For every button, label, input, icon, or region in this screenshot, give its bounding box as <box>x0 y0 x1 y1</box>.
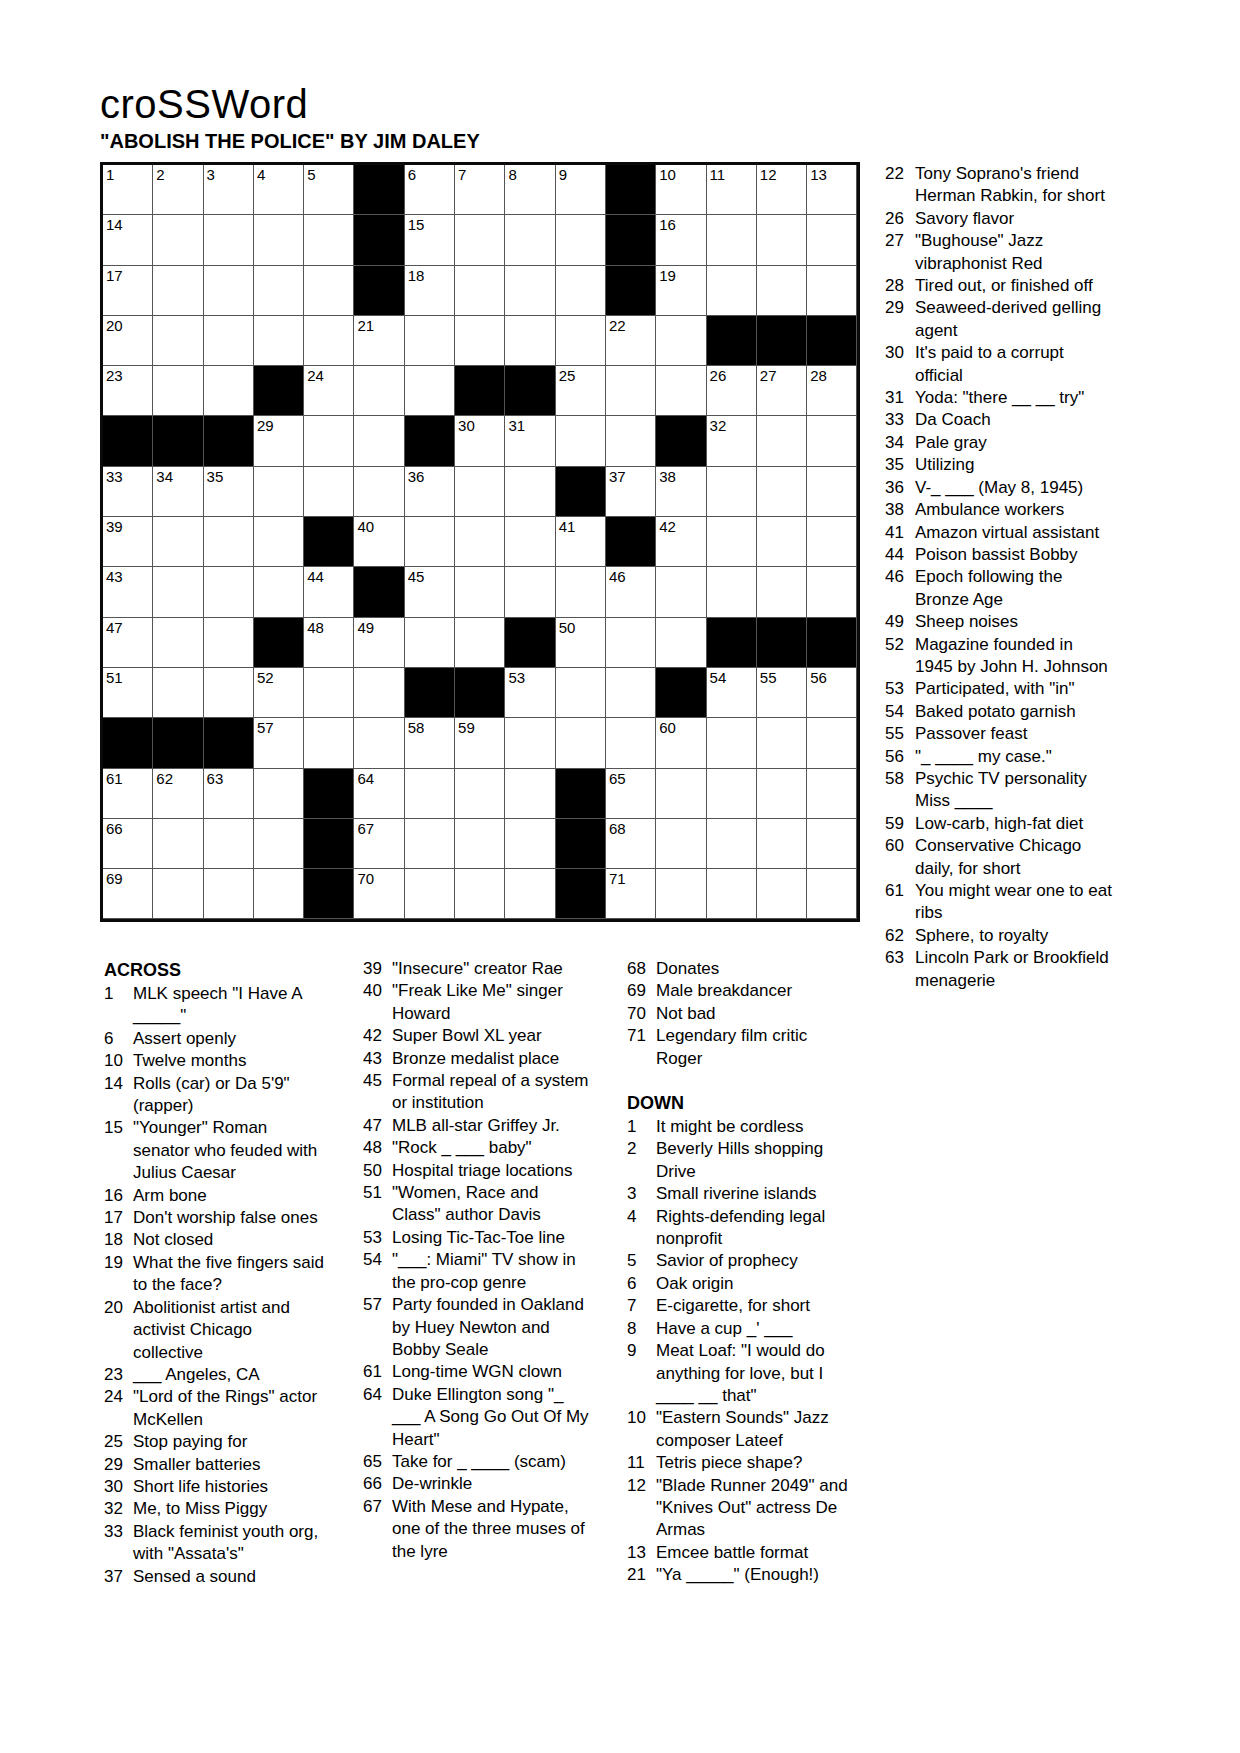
cell-r14c2[interactable] <box>153 819 203 869</box>
cell-number-35: 35 <box>207 469 224 484</box>
cell-r11c3[interactable] <box>204 668 254 718</box>
cell-r8c12[interactable]: 42 <box>656 517 706 567</box>
clue-text: Duke Ellington song "_ ___ A Song Go Out… <box>392 1384 591 1451</box>
cell-r1c5[interactable]: 5 <box>304 165 354 215</box>
down-clue-61: 61You might wear one to eat ribs <box>885 880 1120 925</box>
clue-text: Hospital triage locations <box>392 1160 591 1182</box>
clue-number: 4 <box>627 1206 656 1251</box>
cell-r13c10-black <box>556 769 606 819</box>
across-clue-43: 43Bronze medalist place <box>363 1048 601 1070</box>
cell-r13c4[interactable] <box>254 769 304 819</box>
cell-r9c2[interactable] <box>153 567 203 617</box>
clues-column-3: 68Donates69Male breakdancer70Not bad71Le… <box>627 958 865 1587</box>
cell-number-23: 23 <box>106 368 123 383</box>
cell-r1c12[interactable]: 10 <box>656 165 706 215</box>
cell-r5c3[interactable] <box>204 366 254 416</box>
cell-r7c2[interactable]: 34 <box>153 467 203 517</box>
across-clues-column-1: ACROSS 1MLK speech "I Have A _____"6Asse… <box>104 958 334 1588</box>
cell-r10c9-black <box>505 618 555 668</box>
clue-number: 13 <box>627 1542 656 1564</box>
cell-r5c15[interactable]: 28 <box>807 366 857 416</box>
clue-number: 67 <box>363 1496 392 1563</box>
across-clue-25: 25Stop paying for <box>104 1431 334 1453</box>
down-clue-52: 52Magazine founded in 1945 by John H. Jo… <box>885 634 1120 679</box>
cell-r4c1[interactable]: 20 <box>103 316 153 366</box>
cell-number-60: 60 <box>659 720 676 735</box>
cell-r4c8[interactable] <box>455 316 505 366</box>
cell-r8c4[interactable] <box>254 517 304 567</box>
cell-r9c3[interactable] <box>204 567 254 617</box>
cell-r14c6[interactable]: 67 <box>354 819 404 869</box>
across-clue-53: 53Losing Tic-Tac-Toe line <box>363 1227 601 1249</box>
cell-r9c4[interactable] <box>254 567 304 617</box>
across-clue-list-3: 68Donates69Male breakdancer70Not bad71Le… <box>627 958 865 1070</box>
clue-text: It's paid to a corrupt official <box>915 342 1115 387</box>
cell-r8c6[interactable]: 40 <box>354 517 404 567</box>
cell-r3c4[interactable] <box>254 266 304 316</box>
cell-r7c6[interactable] <box>354 467 404 517</box>
cell-r9c13[interactable] <box>707 567 757 617</box>
cell-r4c4[interactable] <box>254 316 304 366</box>
cell-r1c3[interactable]: 3 <box>204 165 254 215</box>
cell-r6c6[interactable] <box>354 416 404 466</box>
cell-r12c10[interactable] <box>556 718 606 768</box>
cell-r3c7[interactable]: 18 <box>405 266 455 316</box>
clue-number: 47 <box>363 1115 392 1137</box>
across-clue-20: 20Abolitionist artist and activist Chica… <box>104 1297 334 1364</box>
cell-number-10: 10 <box>659 167 676 182</box>
cell-r13c2[interactable]: 62 <box>153 769 203 819</box>
cell-r3c6-black <box>354 266 404 316</box>
cell-r15c8[interactable] <box>455 869 505 919</box>
cell-r1c8[interactable]: 7 <box>455 165 505 215</box>
cell-r6c8[interactable]: 30 <box>455 416 505 466</box>
cell-r15c1[interactable]: 69 <box>103 869 153 919</box>
cell-r10c10[interactable]: 50 <box>556 618 606 668</box>
cell-r11c6[interactable] <box>354 668 404 718</box>
cell-r9c6-black <box>354 567 404 617</box>
cell-r2c8[interactable] <box>455 215 505 265</box>
cell-r10c3[interactable] <box>204 618 254 668</box>
cell-r11c12-black <box>656 668 706 718</box>
cell-r6c15[interactable] <box>807 416 857 466</box>
cell-number-11: 11 <box>710 167 726 182</box>
cell-number-21: 21 <box>357 318 374 333</box>
cell-r11c10[interactable] <box>556 668 606 718</box>
cell-r1c7[interactable]: 6 <box>405 165 455 215</box>
cell-r9c10[interactable] <box>556 567 606 617</box>
cell-r11c14[interactable]: 55 <box>757 668 807 718</box>
cell-r1c15[interactable]: 13 <box>807 165 857 215</box>
cell-r6c4[interactable]: 29 <box>254 416 304 466</box>
cell-r5c1[interactable]: 23 <box>103 366 153 416</box>
cell-r12c8[interactable]: 59 <box>455 718 505 768</box>
cell-r9c8[interactable] <box>455 567 505 617</box>
cell-number-20: 20 <box>106 318 123 333</box>
clue-number: 14 <box>104 1073 133 1118</box>
cell-r15c3[interactable] <box>204 869 254 919</box>
down-clue-5: 5Savior of prophecy <box>627 1250 865 1272</box>
cell-r15c5-black <box>304 869 354 919</box>
cell-r14c3[interactable] <box>204 819 254 869</box>
clue-number: 53 <box>363 1227 392 1249</box>
clue-number: 29 <box>104 1454 133 1476</box>
cell-r14c4[interactable] <box>254 819 304 869</box>
cell-r2c2[interactable] <box>153 215 203 265</box>
cell-r15c6[interactable]: 70 <box>354 869 404 919</box>
clue-text: Emcee battle format <box>656 1542 852 1564</box>
cell-r3c12[interactable]: 19 <box>656 266 706 316</box>
cell-r8c10[interactable]: 41 <box>556 517 606 567</box>
clue-text: "___: Miami" TV show in the pro-cop genr… <box>392 1249 591 1294</box>
cell-r9c14[interactable] <box>757 567 807 617</box>
cell-r8c8[interactable] <box>455 517 505 567</box>
cell-r8c13[interactable] <box>707 517 757 567</box>
cell-number-41: 41 <box>559 519 576 534</box>
cell-r12c13[interactable] <box>707 718 757 768</box>
cell-r9c9[interactable] <box>505 567 555 617</box>
across-clue-47: 47MLB all-star Griffey Jr. <box>363 1115 601 1137</box>
across-clue-list-1: 1MLK speech "I Have A _____"6Assert open… <box>104 983 334 1588</box>
clue-number: 8 <box>627 1318 656 1340</box>
clue-number: 30 <box>885 342 915 387</box>
cell-r12c9[interactable] <box>505 718 555 768</box>
cell-r13c12[interactable] <box>656 769 706 819</box>
down-clue-27: 27"Bughouse" Jazz vibraphonist Red <box>885 230 1120 275</box>
cell-r6c5[interactable] <box>304 416 354 466</box>
cell-number-2: 2 <box>156 167 164 182</box>
cell-r15c2[interactable] <box>153 869 203 919</box>
cell-r1c14[interactable]: 12 <box>757 165 807 215</box>
cell-r2c10[interactable] <box>556 215 606 265</box>
cell-number-18: 18 <box>408 268 425 283</box>
cell-r4c9[interactable] <box>505 316 555 366</box>
cell-r13c11[interactable]: 65 <box>606 769 656 819</box>
clue-number: 36 <box>885 477 915 499</box>
cell-r15c15[interactable] <box>807 869 857 919</box>
cell-r10c4-black <box>254 618 304 668</box>
cell-number-40: 40 <box>357 519 374 534</box>
clue-text: "Bughouse" Jazz vibraphonist Red <box>915 230 1115 275</box>
cell-r15c14[interactable] <box>757 869 807 919</box>
cell-r6c7-black <box>405 416 455 466</box>
cell-r10c11[interactable] <box>606 618 656 668</box>
cell-r1c1[interactable]: 1 <box>103 165 153 215</box>
cell-number-32: 32 <box>710 418 727 433</box>
cell-number-30: 30 <box>458 418 475 433</box>
cell-r11c1[interactable]: 51 <box>103 668 153 718</box>
cell-r13c8[interactable] <box>455 769 505 819</box>
cell-r12c14[interactable] <box>757 718 807 768</box>
cell-r14c11[interactable]: 68 <box>606 819 656 869</box>
cell-r1c4[interactable]: 4 <box>254 165 304 215</box>
cell-number-49: 49 <box>357 620 374 635</box>
cell-r5c6[interactable] <box>354 366 404 416</box>
cell-r7c12[interactable]: 38 <box>656 467 706 517</box>
across-clue-15: 15"Younger" Roman senator who feuded wit… <box>104 1117 334 1184</box>
across-clue-32: 32Me, to Miss Piggy <box>104 1498 334 1520</box>
clue-text: With Mese and Hypate, one of the three m… <box>392 1496 591 1563</box>
cell-r6c12-black <box>656 416 706 466</box>
clue-text: Arm bone <box>133 1185 325 1207</box>
clue-number: 71 <box>627 1025 656 1070</box>
cell-r10c7[interactable] <box>405 618 455 668</box>
cell-r3c10[interactable] <box>556 266 606 316</box>
down-clue-63: 63Lincoln Park or Brookfield menagerie <box>885 947 1120 992</box>
cell-r7c9[interactable] <box>505 467 555 517</box>
cell-r9c1[interactable]: 43 <box>103 567 153 617</box>
cell-r7c13[interactable] <box>707 467 757 517</box>
cell-r14c8[interactable] <box>455 819 505 869</box>
cell-number-58: 58 <box>408 720 425 735</box>
cell-r15c12[interactable] <box>656 869 706 919</box>
cell-r3c9[interactable] <box>505 266 555 316</box>
cell-r2c13[interactable] <box>707 215 757 265</box>
cell-r11c9[interactable]: 53 <box>505 668 555 718</box>
cell-r7c5[interactable] <box>304 467 354 517</box>
cell-r10c5[interactable]: 48 <box>304 618 354 668</box>
down-clue-33: 33Da Coach <box>885 409 1120 431</box>
clue-number: 1 <box>627 1116 656 1138</box>
cell-r14c13[interactable] <box>707 819 757 869</box>
cell-r10c6[interactable]: 49 <box>354 618 404 668</box>
cell-r10c2[interactable] <box>153 618 203 668</box>
clue-number: 24 <box>104 1386 133 1431</box>
cell-r11c5[interactable] <box>304 668 354 718</box>
across-clue-66: 66De-wrinkle <box>363 1473 601 1495</box>
down-clue-49: 49Sheep noises <box>885 611 1120 633</box>
cell-r6c10[interactable] <box>556 416 606 466</box>
cell-number-70: 70 <box>357 871 374 886</box>
cell-r14c12[interactable] <box>656 819 706 869</box>
down-clue-44: 44Poison bassist Bobby <box>885 544 1120 566</box>
cell-r3c2[interactable] <box>153 266 203 316</box>
cell-r15c4[interactable] <box>254 869 304 919</box>
cell-r11c8-black <box>455 668 505 718</box>
cell-r4c11[interactable]: 22 <box>606 316 656 366</box>
clue-number: 32 <box>104 1498 133 1520</box>
cell-r4c10[interactable] <box>556 316 606 366</box>
clue-text: ___ Angeles, CA <box>133 1364 325 1386</box>
cell-r12c4[interactable]: 57 <box>254 718 304 768</box>
cell-r4c5[interactable] <box>304 316 354 366</box>
cell-r1c13[interactable]: 11 <box>707 165 757 215</box>
cell-number-37: 37 <box>609 469 626 484</box>
clue-number: 7 <box>627 1295 656 1317</box>
cell-r8c9[interactable] <box>505 517 555 567</box>
cell-number-48: 48 <box>307 620 324 635</box>
cell-r15c11[interactable]: 71 <box>606 869 656 919</box>
cell-r7c1[interactable]: 33 <box>103 467 153 517</box>
clue-text: Seaweed-derived gelling agent <box>915 297 1115 342</box>
cell-r15c7[interactable] <box>405 869 455 919</box>
cell-r3c3[interactable] <box>204 266 254 316</box>
cell-r1c2[interactable]: 2 <box>153 165 203 215</box>
cell-r14c14[interactable] <box>757 819 807 869</box>
cell-r10c14-black <box>757 618 807 668</box>
cell-r8c2[interactable] <box>153 517 203 567</box>
cell-r5c12[interactable] <box>656 366 706 416</box>
cell-r3c8[interactable] <box>455 266 505 316</box>
cell-r12c11[interactable] <box>606 718 656 768</box>
cell-number-34: 34 <box>156 469 173 484</box>
cell-r7c11[interactable]: 37 <box>606 467 656 517</box>
cell-r7c8[interactable] <box>455 467 505 517</box>
cell-r7c15[interactable] <box>807 467 857 517</box>
clue-text: Have a cup _' ___ <box>656 1318 852 1340</box>
cell-number-53: 53 <box>508 670 525 685</box>
cell-r5c14[interactable]: 27 <box>757 366 807 416</box>
cell-number-36: 36 <box>408 469 425 484</box>
cell-r14c1[interactable]: 66 <box>103 819 153 869</box>
cell-r6c14[interactable] <box>757 416 807 466</box>
cell-r4c6[interactable]: 21 <box>354 316 404 366</box>
cell-r2c15[interactable] <box>807 215 857 265</box>
cell-r4c7[interactable] <box>405 316 455 366</box>
clue-number: 41 <box>885 522 915 544</box>
cell-r13c6[interactable]: 64 <box>354 769 404 819</box>
clue-number: 58 <box>885 768 915 813</box>
cell-number-57: 57 <box>257 720 274 735</box>
cell-r5c2[interactable] <box>153 366 203 416</box>
cell-r8c3[interactable] <box>204 517 254 567</box>
cell-r9c5[interactable]: 44 <box>304 567 354 617</box>
clue-number: 54 <box>363 1249 392 1294</box>
cell-r2c14[interactable] <box>757 215 807 265</box>
cell-r6c1-black <box>103 416 153 466</box>
across-clue-1: 1MLK speech "I Have A _____" <box>104 983 334 1028</box>
cell-r14c15[interactable] <box>807 819 857 869</box>
cell-r8c1[interactable]: 39 <box>103 517 153 567</box>
cell-r3c15[interactable] <box>807 266 857 316</box>
clue-number: 31 <box>885 387 915 409</box>
cell-r4c12[interactable] <box>656 316 706 366</box>
cell-r14c7[interactable] <box>405 819 455 869</box>
cell-r9c11[interactable]: 46 <box>606 567 656 617</box>
clue-number: 45 <box>363 1070 392 1115</box>
cell-r2c9[interactable] <box>505 215 555 265</box>
clue-number: 69 <box>627 980 656 1002</box>
cell-r3c1[interactable]: 17 <box>103 266 153 316</box>
cell-r13c3[interactable]: 63 <box>204 769 254 819</box>
cell-r11c13[interactable]: 54 <box>707 668 757 718</box>
cell-r15c9[interactable] <box>505 869 555 919</box>
across-clue-61: 61Long-time WGN clown <box>363 1361 601 1383</box>
cell-r6c13[interactable]: 32 <box>707 416 757 466</box>
clue-text: Abolitionist artist and activist Chicago… <box>133 1297 325 1364</box>
cell-r12c15[interactable] <box>807 718 857 768</box>
cell-r8c14[interactable] <box>757 517 807 567</box>
cell-r15c13[interactable] <box>707 869 757 919</box>
clue-text: "Eastern Sounds" Jazz composer Lateef <box>656 1407 852 1452</box>
clue-text: Meat Loaf: "I would do anything for love… <box>656 1340 852 1407</box>
cell-r12c5[interactable] <box>304 718 354 768</box>
cell-r1c9[interactable]: 8 <box>505 165 555 215</box>
cell-r2c7[interactable]: 15 <box>405 215 455 265</box>
cell-r6c9[interactable]: 31 <box>505 416 555 466</box>
clue-number: 48 <box>363 1137 392 1159</box>
cell-r11c4[interactable]: 52 <box>254 668 304 718</box>
down-clue-55: 55Passover feast <box>885 723 1120 745</box>
cell-r9c15[interactable] <box>807 567 857 617</box>
cell-r2c1[interactable]: 14 <box>103 215 153 265</box>
cell-r5c13[interactable]: 26 <box>707 366 757 416</box>
cell-r3c14[interactable] <box>757 266 807 316</box>
cell-number-4: 4 <box>257 167 265 182</box>
cell-r14c9[interactable] <box>505 819 555 869</box>
cell-r13c15[interactable] <box>807 769 857 819</box>
cell-r12c7[interactable]: 58 <box>405 718 455 768</box>
cell-r5c11[interactable] <box>606 366 656 416</box>
across-clue-64: 64Duke Ellington song "_ ___ A Song Go O… <box>363 1384 601 1451</box>
cell-r3c5[interactable] <box>304 266 354 316</box>
cell-r5c5[interactable]: 24 <box>304 366 354 416</box>
down-clue-36: 36V-_ ___ (May 8, 1945) <box>885 477 1120 499</box>
cell-r5c7[interactable] <box>405 366 455 416</box>
down-clue-21: 21"Ya _____" (Enough!) <box>627 1564 865 1586</box>
cell-r11c15[interactable]: 56 <box>807 668 857 718</box>
cell-r13c14[interactable] <box>757 769 807 819</box>
clue-text: Yoda: "there __ __ try" <box>915 387 1115 409</box>
cell-r11c11[interactable] <box>606 668 656 718</box>
cell-r12c6[interactable] <box>354 718 404 768</box>
across-clue-6: 6Assert openly <box>104 1028 334 1050</box>
cell-r9c12[interactable] <box>656 567 706 617</box>
cell-r12c12[interactable]: 60 <box>656 718 706 768</box>
cell-r9c7[interactable]: 45 <box>405 567 455 617</box>
cell-r2c3[interactable] <box>204 215 254 265</box>
cell-r11c2[interactable] <box>153 668 203 718</box>
cell-number-27: 27 <box>760 368 777 383</box>
cell-number-69: 69 <box>106 871 123 886</box>
clue-text: Rights-defending legal nonprofit <box>656 1206 852 1251</box>
cell-r4c2[interactable] <box>153 316 203 366</box>
cell-r4c14-black <box>757 316 807 366</box>
cell-r10c8[interactable] <box>455 618 505 668</box>
cell-r4c3[interactable] <box>204 316 254 366</box>
clue-number: 16 <box>104 1185 133 1207</box>
cell-r8c15[interactable] <box>807 517 857 567</box>
cell-r10c1[interactable]: 47 <box>103 618 153 668</box>
cell-r7c3[interactable]: 35 <box>204 467 254 517</box>
cell-r3c13[interactable] <box>707 266 757 316</box>
clue-text: Party founded in Oakland by Huey Newton … <box>392 1294 591 1361</box>
cell-number-12: 12 <box>760 167 777 182</box>
cell-r6c11[interactable] <box>606 416 656 466</box>
cell-r2c4[interactable] <box>254 215 304 265</box>
cell-r7c7[interactable]: 36 <box>405 467 455 517</box>
cell-r10c12[interactable] <box>656 618 706 668</box>
cell-r13c13[interactable] <box>707 769 757 819</box>
cell-r13c9[interactable] <box>505 769 555 819</box>
clue-number: 26 <box>885 208 915 230</box>
cell-r7c4[interactable] <box>254 467 304 517</box>
cell-r13c7[interactable] <box>405 769 455 819</box>
cell-r5c10[interactable]: 25 <box>556 366 606 416</box>
clue-text: It might be cordless <box>656 1116 852 1138</box>
clue-number: 27 <box>885 230 915 275</box>
cell-r5c4-black <box>254 366 304 416</box>
cell-r8c7[interactable] <box>405 517 455 567</box>
cell-r13c1[interactable]: 61 <box>103 769 153 819</box>
cell-r2c12[interactable]: 16 <box>656 215 706 265</box>
down-clue-41: 41Amazon virtual assistant <box>885 522 1120 544</box>
clue-number: 18 <box>104 1229 133 1251</box>
down-clue-28: 28Tired out, or finished off <box>885 275 1120 297</box>
cell-r2c5[interactable] <box>304 215 354 265</box>
cell-r7c14[interactable] <box>757 467 807 517</box>
cell-r1c10[interactable]: 9 <box>556 165 606 215</box>
